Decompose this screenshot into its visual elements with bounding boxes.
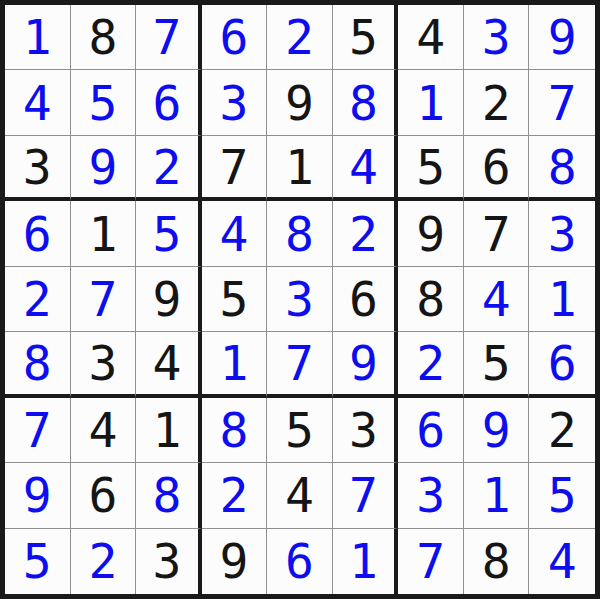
cell-r9c7[interactable]: 7 xyxy=(398,529,464,594)
cell-r4c3[interactable]: 5 xyxy=(136,201,202,266)
cell-r2c7[interactable]: 1 xyxy=(398,70,464,135)
cell-r5c5[interactable]: 3 xyxy=(267,267,333,332)
cell-r1c8[interactable]: 3 xyxy=(464,5,530,70)
cell-r2c3[interactable]: 6 xyxy=(136,70,202,135)
cell-r9c4[interactable]: 9 xyxy=(202,529,268,594)
cell-r5c1[interactable]: 2 xyxy=(5,267,71,332)
cell-r8c4[interactable]: 2 xyxy=(202,463,268,528)
cell-r5c6[interactable]: 6 xyxy=(333,267,399,332)
cell-r2c6[interactable]: 8 xyxy=(333,70,399,135)
cell-r1c3[interactable]: 7 xyxy=(136,5,202,70)
cell-r6c5[interactable]: 7 xyxy=(267,332,333,397)
cell-r1c6[interactable]: 5 xyxy=(333,5,399,70)
cell-r1c9[interactable]: 9 xyxy=(529,5,595,70)
cell-r6c9[interactable]: 6 xyxy=(529,332,595,397)
cell-r3c2[interactable]: 9 xyxy=(71,136,137,201)
cell-r6c6[interactable]: 9 xyxy=(333,332,399,397)
cell-r8c3[interactable]: 8 xyxy=(136,463,202,528)
cell-r4c7[interactable]: 9 xyxy=(398,201,464,266)
cell-r5c4[interactable]: 5 xyxy=(202,267,268,332)
cell-r3c7[interactable]: 5 xyxy=(398,136,464,201)
cell-r5c7[interactable]: 8 xyxy=(398,267,464,332)
cell-r6c1[interactable]: 8 xyxy=(5,332,71,397)
cell-r9c1[interactable]: 5 xyxy=(5,529,71,594)
cell-r9c2[interactable]: 2 xyxy=(71,529,137,594)
cell-r3c9[interactable]: 8 xyxy=(529,136,595,201)
cell-r1c5[interactable]: 2 xyxy=(267,5,333,70)
sudoku-board-frame: 1876254394563981273927145686154829732795… xyxy=(0,0,600,599)
cell-r7c3[interactable]: 1 xyxy=(136,398,202,463)
cell-r8c2[interactable]: 6 xyxy=(71,463,137,528)
cell-r3c4[interactable]: 7 xyxy=(202,136,268,201)
cell-r9c3[interactable]: 3 xyxy=(136,529,202,594)
cell-r3c1[interactable]: 3 xyxy=(5,136,71,201)
sudoku-grid: 1876254394563981273927145686154829732795… xyxy=(5,5,595,594)
cell-r9c8[interactable]: 8 xyxy=(464,529,530,594)
cell-r8c6[interactable]: 7 xyxy=(333,463,399,528)
cell-r2c4[interactable]: 3 xyxy=(202,70,268,135)
sudoku-board: 1876254394563981273927145686154829732795… xyxy=(0,0,600,599)
cell-r6c7[interactable]: 2 xyxy=(398,332,464,397)
cell-r8c8[interactable]: 1 xyxy=(464,463,530,528)
cell-r3c3[interactable]: 2 xyxy=(136,136,202,201)
cell-r4c4[interactable]: 4 xyxy=(202,201,268,266)
cell-r4c2[interactable]: 1 xyxy=(71,201,137,266)
cell-r4c6[interactable]: 2 xyxy=(333,201,399,266)
cell-r7c7[interactable]: 6 xyxy=(398,398,464,463)
cell-r9c6[interactable]: 1 xyxy=(333,529,399,594)
cell-r5c2[interactable]: 7 xyxy=(71,267,137,332)
cell-r1c7[interactable]: 4 xyxy=(398,5,464,70)
cell-r7c4[interactable]: 8 xyxy=(202,398,268,463)
cell-r8c9[interactable]: 5 xyxy=(529,463,595,528)
cell-r4c9[interactable]: 3 xyxy=(529,201,595,266)
cell-r4c5[interactable]: 8 xyxy=(267,201,333,266)
cell-r5c3[interactable]: 9 xyxy=(136,267,202,332)
cell-r6c2[interactable]: 3 xyxy=(71,332,137,397)
cell-r7c1[interactable]: 7 xyxy=(5,398,71,463)
cell-r1c1[interactable]: 1 xyxy=(5,5,71,70)
cell-r2c9[interactable]: 7 xyxy=(529,70,595,135)
cell-r1c4[interactable]: 6 xyxy=(202,5,268,70)
cell-r5c9[interactable]: 1 xyxy=(529,267,595,332)
cell-r3c5[interactable]: 1 xyxy=(267,136,333,201)
cell-r8c5[interactable]: 4 xyxy=(267,463,333,528)
cell-r8c1[interactable]: 9 xyxy=(5,463,71,528)
cell-r4c1[interactable]: 6 xyxy=(5,201,71,266)
cell-r2c1[interactable]: 4 xyxy=(5,70,71,135)
cell-r2c2[interactable]: 5 xyxy=(71,70,137,135)
cell-r6c4[interactable]: 1 xyxy=(202,332,268,397)
cell-r7c2[interactable]: 4 xyxy=(71,398,137,463)
cell-r7c8[interactable]: 9 xyxy=(464,398,530,463)
cell-r7c6[interactable]: 3 xyxy=(333,398,399,463)
cell-r6c3[interactable]: 4 xyxy=(136,332,202,397)
cell-r5c8[interactable]: 4 xyxy=(464,267,530,332)
cell-r6c8[interactable]: 5 xyxy=(464,332,530,397)
cell-r9c5[interactable]: 6 xyxy=(267,529,333,594)
cell-r8c7[interactable]: 3 xyxy=(398,463,464,528)
cell-r9c9[interactable]: 4 xyxy=(529,529,595,594)
cell-r1c2[interactable]: 8 xyxy=(71,5,137,70)
cell-r2c5[interactable]: 9 xyxy=(267,70,333,135)
cell-r4c8[interactable]: 7 xyxy=(464,201,530,266)
cell-r3c6[interactable]: 4 xyxy=(333,136,399,201)
cell-r7c9[interactable]: 2 xyxy=(529,398,595,463)
cell-r2c8[interactable]: 2 xyxy=(464,70,530,135)
cell-r3c8[interactable]: 6 xyxy=(464,136,530,201)
cell-r7c5[interactable]: 5 xyxy=(267,398,333,463)
